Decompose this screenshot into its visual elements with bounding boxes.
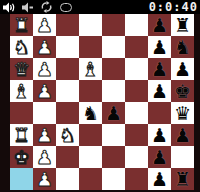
black-rook: ♜ xyxy=(174,168,191,190)
square-d6[interactable]: ♝ xyxy=(79,58,102,80)
sound-on-icon[interactable] xyxy=(2,1,15,13)
white-rook: ♜ xyxy=(13,124,30,146)
square-d3[interactable] xyxy=(79,124,102,146)
square-c4[interactable] xyxy=(56,102,79,124)
square-a6[interactable]: ♛ xyxy=(10,58,33,80)
black-knight: ♞ xyxy=(82,102,99,124)
square-f7[interactable] xyxy=(125,36,148,58)
square-f5[interactable] xyxy=(125,80,148,102)
white-bishop: ♝ xyxy=(82,58,99,80)
black-rook: ♜ xyxy=(174,14,191,36)
black-pawn: ♟ xyxy=(151,14,168,36)
square-g8[interactable]: ♟ xyxy=(148,14,171,36)
square-a2[interactable]: ♚ xyxy=(10,146,33,168)
black-pawn: ♟ xyxy=(151,36,168,58)
square-b8[interactable]: ♟ xyxy=(33,14,56,36)
square-c8[interactable] xyxy=(56,14,79,36)
square-c2[interactable] xyxy=(56,146,79,168)
black-king: ♚ xyxy=(174,80,191,102)
square-e7[interactable] xyxy=(102,36,125,58)
game-clock: 0:0:40 xyxy=(149,0,200,14)
toolbar: 0:0:40 xyxy=(0,0,200,14)
square-h5[interactable]: ♚ xyxy=(171,80,194,102)
board-icon[interactable] xyxy=(59,1,72,13)
square-b2[interactable]: ♟ xyxy=(33,146,56,168)
white-queen: ♛ xyxy=(13,58,30,80)
square-a5[interactable]: ♝ xyxy=(10,80,33,102)
square-e8[interactable] xyxy=(102,14,125,36)
white-pawn: ♟ xyxy=(36,36,53,58)
black-pawn: ♟ xyxy=(174,124,191,146)
board-icon-shape xyxy=(60,3,72,12)
square-h2[interactable] xyxy=(171,146,194,168)
square-d1[interactable] xyxy=(79,168,102,190)
square-f6[interactable] xyxy=(125,58,148,80)
restart-icon[interactable] xyxy=(40,1,53,13)
square-c7[interactable] xyxy=(56,36,79,58)
square-f2[interactable] xyxy=(125,146,148,168)
white-bishop: ♝ xyxy=(13,80,30,102)
square-d5[interactable] xyxy=(79,80,102,102)
square-b1[interactable]: ♟ xyxy=(33,168,56,190)
square-c1[interactable] xyxy=(56,168,79,190)
square-b6[interactable]: ♟ xyxy=(33,58,56,80)
white-pawn: ♟ xyxy=(36,14,53,36)
chess-app-window: 0:0:40 ♜♟♟♜♞♟♟♞♛♟♝♟♟♝♟♟♚♞♟♛♜♟♞♟♟♚♟♟♟♟♜ xyxy=(0,0,200,192)
white-pawn: ♟ xyxy=(36,168,53,190)
square-h4[interactable]: ♛ xyxy=(171,102,194,124)
square-h7[interactable]: ♞ xyxy=(171,36,194,58)
white-rook: ♜ xyxy=(13,14,30,36)
square-b3[interactable]: ♟ xyxy=(33,124,56,146)
square-h6[interactable]: ♟ xyxy=(171,58,194,80)
square-g6[interactable]: ♟ xyxy=(148,58,171,80)
square-d8[interactable] xyxy=(79,14,102,36)
square-e2[interactable] xyxy=(102,146,125,168)
square-f1[interactable] xyxy=(125,168,148,190)
square-a8[interactable]: ♜ xyxy=(10,14,33,36)
black-pawn: ♟ xyxy=(151,124,168,146)
square-h1[interactable]: ♜ xyxy=(171,168,194,190)
square-f8[interactable] xyxy=(125,14,148,36)
square-d2[interactable] xyxy=(79,146,102,168)
square-e6[interactable] xyxy=(102,58,125,80)
white-king: ♚ xyxy=(13,146,30,168)
white-pawn: ♟ xyxy=(36,80,53,102)
square-e3[interactable] xyxy=(102,124,125,146)
square-g2[interactable]: ♟ xyxy=(148,146,171,168)
square-h3[interactable]: ♟ xyxy=(171,124,194,146)
black-pawn: ♟ xyxy=(151,146,168,168)
square-e4[interactable]: ♟ xyxy=(102,102,125,124)
square-f3[interactable] xyxy=(125,124,148,146)
square-b7[interactable]: ♟ xyxy=(33,36,56,58)
square-c6[interactable] xyxy=(56,58,79,80)
square-a3[interactable]: ♜ xyxy=(10,124,33,146)
black-queen: ♛ xyxy=(174,102,191,124)
square-g7[interactable]: ♟ xyxy=(148,36,171,58)
white-knight: ♞ xyxy=(13,36,30,58)
black-pawn: ♟ xyxy=(151,80,168,102)
white-pawn: ♟ xyxy=(36,58,53,80)
sound-off-icon[interactable] xyxy=(21,1,34,13)
square-c5[interactable] xyxy=(56,80,79,102)
square-b4[interactable] xyxy=(33,102,56,124)
black-pawn: ♟ xyxy=(151,168,168,190)
white-knight: ♞ xyxy=(59,124,76,146)
square-b5[interactable]: ♟ xyxy=(33,80,56,102)
square-d4[interactable]: ♞ xyxy=(79,102,102,124)
square-g1[interactable]: ♟ xyxy=(148,168,171,190)
square-g4[interactable] xyxy=(148,102,171,124)
black-pawn: ♟ xyxy=(105,102,122,124)
white-pawn: ♟ xyxy=(36,124,53,146)
white-pawn: ♟ xyxy=(36,146,53,168)
square-d7[interactable] xyxy=(79,36,102,58)
square-h8[interactable]: ♜ xyxy=(171,14,194,36)
chess-board: ♜♟♟♜♞♟♟♞♛♟♝♟♟♝♟♟♚♞♟♛♜♟♞♟♟♚♟♟♟♟♜ xyxy=(10,14,194,190)
black-pawn: ♟ xyxy=(174,58,191,80)
square-f4[interactable] xyxy=(125,102,148,124)
square-g3[interactable]: ♟ xyxy=(148,124,171,146)
square-a7[interactable]: ♞ xyxy=(10,36,33,58)
square-e5[interactable] xyxy=(102,80,125,102)
square-a4[interactable] xyxy=(10,102,33,124)
square-g5[interactable]: ♟ xyxy=(148,80,171,102)
square-e1[interactable] xyxy=(102,168,125,190)
black-knight: ♞ xyxy=(174,36,191,58)
square-c3[interactable]: ♞ xyxy=(56,124,79,146)
black-pawn: ♟ xyxy=(151,58,168,80)
square-a1[interactable] xyxy=(10,168,33,190)
